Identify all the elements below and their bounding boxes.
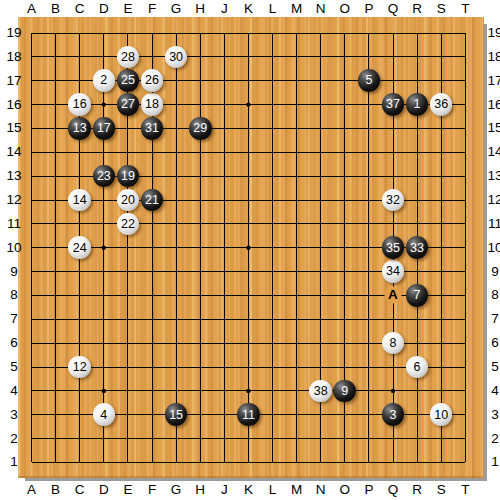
coordinate-label: K — [236, 482, 260, 498]
stone-black: 13 — [68, 117, 91, 140]
coordinate-label: B — [44, 1, 68, 17]
coordinate-label: A — [20, 1, 44, 17]
stone-black: 19 — [117, 165, 140, 188]
stone-black: 3 — [382, 403, 405, 426]
coordinate-label: 18 — [483, 49, 500, 65]
coordinate-label: T — [453, 482, 477, 498]
coordinate-label: P — [357, 482, 381, 498]
stone-white: 8 — [382, 332, 405, 355]
coordinate-label: C — [68, 482, 92, 498]
stone-black: 29 — [189, 117, 212, 140]
go-board-diagram: 1234567891011121314151617181920212223242… — [0, 0, 500, 500]
coordinate-label: P — [357, 1, 381, 17]
coordinate-label: L — [261, 1, 285, 17]
coordinate-label: O — [333, 1, 357, 17]
annotation-mark: A — [384, 286, 402, 304]
coordinate-label: B — [44, 482, 68, 498]
stone-black: 27 — [117, 93, 140, 116]
coordinate-label: 7 — [483, 311, 500, 327]
stone-white: 4 — [93, 403, 116, 426]
stone-white: 2 — [93, 69, 116, 92]
coordinate-label: 9 — [483, 264, 500, 280]
stone-black: 11 — [237, 403, 260, 426]
coordinate-label: E — [116, 1, 140, 17]
coordinate-label: 11 — [483, 216, 500, 232]
coordinate-label: Q — [381, 482, 405, 498]
stone-black: 15 — [165, 403, 188, 426]
coordinate-label: 16 — [483, 97, 500, 113]
stone-black: 5 — [358, 69, 381, 92]
coordinate-label: 2 — [483, 431, 500, 447]
stone-white: 36 — [430, 93, 453, 116]
stone-black: 9 — [333, 380, 356, 403]
stone-white: 30 — [165, 46, 188, 69]
stone-white: 18 — [141, 93, 164, 116]
coordinate-label: J — [212, 482, 236, 498]
coordinate-label: S — [429, 482, 453, 498]
coordinate-label: J — [212, 1, 236, 17]
stone-black: 1 — [406, 93, 429, 116]
coordinate-label: Q — [381, 1, 405, 17]
stone-black: 25 — [117, 69, 140, 92]
coordinate-label: 8 — [483, 287, 500, 303]
coordinate-label: C — [68, 1, 92, 17]
coordinate-label: 1 — [483, 454, 500, 470]
coordinate-label: 10 — [483, 240, 500, 256]
stone-black: 17 — [93, 117, 116, 140]
coordinate-label: S — [429, 1, 453, 17]
coordinate-label: F — [140, 482, 164, 498]
coordinate-label: 12 — [483, 192, 500, 208]
coordinate-label: 15 — [483, 120, 500, 136]
stone-white: 22 — [117, 213, 140, 236]
coordinate-label: 17 — [483, 73, 500, 89]
stone-white: 14 — [68, 189, 91, 212]
coordinate-label: K — [236, 1, 260, 17]
stone-white: 32 — [382, 189, 405, 212]
stone-black: 37 — [382, 93, 405, 116]
stone-white: 20 — [117, 189, 140, 212]
go-board[interactable]: 1234567891011121314151617181920212223242… — [18, 17, 484, 478]
stone-black: 23 — [93, 165, 116, 188]
coordinate-label: 14 — [483, 144, 500, 160]
stone-white: 6 — [406, 356, 429, 379]
stone-white: 10 — [430, 403, 453, 426]
stone-white: 34 — [382, 260, 405, 283]
coordinate-label: O — [333, 482, 357, 498]
stones-grid: 1234567891011121314151617181920212223242… — [20, 21, 478, 474]
stone-white: 26 — [141, 69, 164, 92]
coordinate-label: 3 — [483, 407, 500, 423]
coordinate-label: L — [261, 482, 285, 498]
stone-white: 12 — [68, 356, 91, 379]
stone-white: 16 — [68, 93, 91, 116]
coordinate-label: N — [309, 1, 333, 17]
coordinate-label: R — [405, 482, 429, 498]
coordinate-label: M — [285, 482, 309, 498]
coordinate-label: T — [453, 1, 477, 17]
stone-black: 35 — [382, 236, 405, 259]
coordinate-label: H — [188, 482, 212, 498]
coordinate-label: D — [92, 1, 116, 17]
coordinate-label: 5 — [483, 359, 500, 375]
stone-black: 33 — [406, 236, 429, 259]
coordinate-label: H — [188, 1, 212, 17]
stone-white: 28 — [117, 46, 140, 69]
stone-black: 21 — [141, 189, 164, 212]
coordinate-label: M — [285, 1, 309, 17]
coordinate-label: 19 — [483, 25, 500, 41]
stone-black: 7 — [406, 284, 429, 307]
stone-white: 24 — [68, 236, 91, 259]
coordinate-label: N — [309, 482, 333, 498]
stone-black: 31 — [141, 117, 164, 140]
coordinate-label: G — [164, 1, 188, 17]
coordinate-label: R — [405, 1, 429, 17]
coordinate-label: 4 — [483, 383, 500, 399]
coordinate-label: F — [140, 1, 164, 17]
coordinate-label: 13 — [483, 168, 500, 184]
coordinate-label: G — [164, 482, 188, 498]
stone-white: 38 — [309, 380, 332, 403]
coordinate-label: E — [116, 482, 140, 498]
coordinate-label: D — [92, 482, 116, 498]
coordinate-label: A — [20, 482, 44, 498]
coordinate-label: 6 — [483, 335, 500, 351]
